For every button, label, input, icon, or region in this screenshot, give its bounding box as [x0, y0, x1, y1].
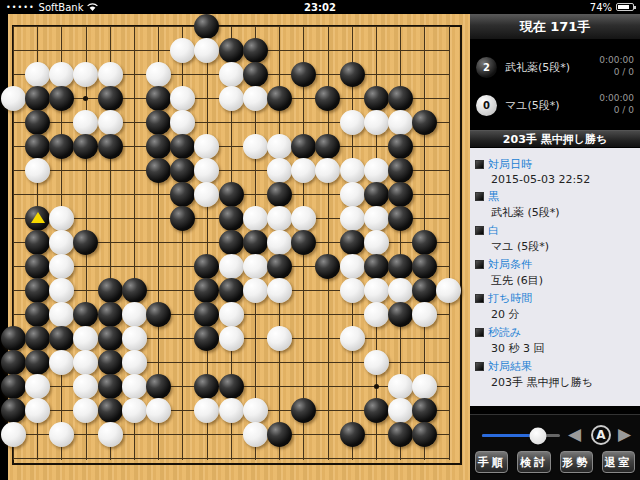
black-capture-count: 2	[476, 57, 497, 78]
white-stone	[219, 86, 244, 111]
black-stone	[170, 134, 195, 159]
black-stone	[340, 422, 365, 447]
go-app-window: ••••• SoftBank 23:02 74% 現在 171手 2武礼薬(5段…	[0, 0, 640, 480]
white-stone	[267, 230, 292, 255]
player-row-black: 2武礼薬(5段*)0:00:000 / 0	[470, 48, 640, 86]
star-point	[374, 384, 379, 389]
action-button-2[interactable]: 検討	[517, 451, 550, 473]
go-board[interactable]	[8, 14, 470, 480]
black-stone	[98, 350, 123, 375]
info-label: 秒読み	[475, 325, 635, 340]
black-stone	[98, 326, 123, 351]
white-stone	[25, 374, 50, 399]
black-stone	[25, 350, 50, 375]
battery-icon	[616, 3, 634, 11]
black-stone	[49, 326, 74, 351]
black-stone	[340, 62, 365, 87]
white-stone	[243, 278, 268, 303]
white-stone	[267, 158, 292, 183]
info-value: 2015-05-03 22:52	[475, 173, 635, 186]
playback-controls: ◀ A ▶ 手順検討形勢退室	[470, 414, 640, 480]
black-stone	[1, 350, 26, 375]
white-stone	[49, 230, 74, 255]
black-stone	[25, 110, 50, 135]
white-stone	[267, 206, 292, 231]
info-label: 打ち時間	[475, 291, 635, 306]
black-stone	[388, 134, 413, 159]
white-stone	[412, 374, 437, 399]
black-stone	[98, 86, 123, 111]
white-stone	[388, 398, 413, 423]
info-value: 203手 黒中押し勝ち	[475, 375, 635, 390]
white-capture-count: 0	[476, 95, 497, 116]
black-stone	[146, 110, 171, 135]
black-stone	[1, 326, 26, 351]
white-stone	[364, 350, 389, 375]
action-button-1[interactable]: 手順	[475, 451, 508, 473]
black-stone	[170, 182, 195, 207]
white-stone	[340, 110, 365, 135]
white-stone	[219, 326, 244, 351]
white-stone	[243, 86, 268, 111]
black-stone	[25, 86, 50, 111]
slider-thumb[interactable]	[530, 427, 547, 444]
white-stone	[267, 278, 292, 303]
black-stone	[98, 278, 123, 303]
game-sidebar: 現在 171手 2武礼薬(5段*)0:00:000 / 00マユ(5段*)0:0…	[470, 14, 640, 480]
info-label: 白	[475, 223, 635, 238]
white-stone	[412, 302, 437, 327]
white-stone	[364, 158, 389, 183]
info-label: 対局条件	[475, 257, 635, 272]
black-stone	[25, 302, 50, 327]
black-stone	[340, 230, 365, 255]
white-stone	[49, 350, 74, 375]
navigation-row: ◀ A ▶	[470, 423, 640, 447]
black-stone	[146, 158, 171, 183]
black-stone	[412, 254, 437, 279]
white-stone	[146, 398, 171, 423]
black-stone	[267, 182, 292, 207]
white-stone	[122, 302, 147, 327]
white-stone	[219, 302, 244, 327]
black-stone	[291, 62, 316, 87]
info-value: マユ (5段*)	[475, 239, 635, 254]
black-stone	[412, 230, 437, 255]
white-stone	[243, 134, 268, 159]
black-stone	[25, 206, 50, 231]
black-stone	[219, 38, 244, 63]
bullet-square-icon	[475, 294, 484, 303]
black-stone	[219, 278, 244, 303]
white-stone	[364, 110, 389, 135]
info-label: 黒	[475, 189, 635, 204]
black-stone	[388, 254, 413, 279]
info-label: 対局日時	[475, 157, 635, 172]
white-stone	[146, 62, 171, 87]
clock-label: 23:02	[0, 2, 640, 13]
white-stone	[291, 158, 316, 183]
player-list: 2武礼薬(5段*)0:00:000 / 00マユ(5段*)0:00:000 / …	[470, 40, 640, 128]
black-stone	[388, 86, 413, 111]
black-stone	[170, 206, 195, 231]
move-slider[interactable]	[482, 434, 560, 437]
white-stone	[170, 38, 195, 63]
info-value: 武礼薬 (5段*)	[475, 205, 635, 220]
bullet-square-icon	[475, 192, 484, 201]
white-stone	[98, 422, 123, 447]
white-stone	[1, 86, 26, 111]
white-stone	[388, 278, 413, 303]
info-value: 互先 (6目)	[475, 273, 635, 288]
white-stone	[364, 206, 389, 231]
player-name: 武礼薬(5段*)	[505, 60, 599, 75]
black-stone	[219, 206, 244, 231]
black-stone	[98, 134, 123, 159]
white-stone	[388, 110, 413, 135]
white-stone	[170, 86, 195, 111]
black-stone	[146, 302, 171, 327]
bullet-square-icon	[475, 260, 484, 269]
bullet-square-icon	[475, 362, 484, 371]
black-stone	[291, 134, 316, 159]
black-stone	[49, 86, 74, 111]
black-stone	[364, 86, 389, 111]
white-stone	[364, 230, 389, 255]
black-stone	[25, 254, 50, 279]
white-stone	[340, 158, 365, 183]
white-stone	[243, 398, 268, 423]
game-info-panel: 対局日時2015-05-03 22:52黒武礼薬 (5段*)白マユ (5段*)対…	[470, 148, 640, 406]
white-stone	[267, 134, 292, 159]
white-stone	[98, 62, 123, 87]
black-stone	[122, 278, 147, 303]
black-stone	[412, 422, 437, 447]
info-label: 対局結果	[475, 359, 635, 374]
white-stone	[49, 278, 74, 303]
white-stone	[122, 398, 147, 423]
black-stone	[146, 86, 171, 111]
white-stone	[122, 350, 147, 375]
black-stone	[219, 374, 244, 399]
white-stone	[25, 158, 50, 183]
white-stone	[243, 422, 268, 447]
black-stone	[388, 158, 413, 183]
black-stone	[49, 134, 74, 159]
white-stone	[364, 278, 389, 303]
black-stone	[146, 134, 171, 159]
white-stone	[122, 374, 147, 399]
black-stone	[267, 86, 292, 111]
black-stone	[243, 38, 268, 63]
black-stone	[267, 422, 292, 447]
black-stone	[146, 374, 171, 399]
white-stone	[219, 254, 244, 279]
white-stone	[340, 206, 365, 231]
black-stone	[291, 398, 316, 423]
black-stone	[219, 182, 244, 207]
player-time: 0:00:000 / 0	[599, 93, 634, 116]
bullet-square-icon	[475, 160, 484, 169]
black-stone	[243, 62, 268, 87]
black-stone	[170, 158, 195, 183]
white-stone	[340, 326, 365, 351]
last-move-marker-icon	[31, 212, 45, 223]
black-stone	[25, 278, 50, 303]
black-stone	[291, 230, 316, 255]
action-button-3[interactable]: 形勢	[560, 451, 593, 473]
previous-move-button[interactable]: ◀	[568, 426, 581, 443]
white-stone	[340, 254, 365, 279]
black-stone	[25, 134, 50, 159]
white-stone	[49, 62, 74, 87]
black-stone	[412, 278, 437, 303]
black-stone	[98, 398, 123, 423]
white-stone	[122, 326, 147, 351]
black-stone	[267, 254, 292, 279]
player-name: マユ(5段*)	[505, 98, 599, 113]
black-stone	[243, 230, 268, 255]
black-stone	[98, 302, 123, 327]
black-stone	[1, 374, 26, 399]
action-button-4[interactable]: 退室	[602, 451, 635, 473]
white-stone	[267, 326, 292, 351]
white-stone	[243, 254, 268, 279]
white-stone	[49, 302, 74, 327]
black-stone	[412, 110, 437, 135]
action-button-row: 手順検討形勢退室	[470, 451, 640, 473]
white-stone	[340, 182, 365, 207]
black-stone	[388, 422, 413, 447]
bullet-square-icon	[475, 328, 484, 337]
white-stone	[98, 110, 123, 135]
white-stone	[243, 206, 268, 231]
white-stone	[170, 110, 195, 135]
black-stone	[219, 230, 244, 255]
black-stone	[25, 326, 50, 351]
white-stone	[219, 398, 244, 423]
bullet-square-icon	[475, 226, 484, 235]
white-stone	[49, 254, 74, 279]
white-stone	[49, 206, 74, 231]
white-stone	[25, 62, 50, 87]
white-stone	[49, 422, 74, 447]
move-counter-header: 現在 171手	[470, 14, 640, 40]
white-stone	[340, 278, 365, 303]
black-stone	[412, 398, 437, 423]
white-stone	[25, 398, 50, 423]
next-move-button[interactable]: ▶	[618, 426, 631, 443]
white-stone	[291, 206, 316, 231]
black-stone	[25, 230, 50, 255]
white-stone	[1, 422, 26, 447]
player-time: 0:00:000 / 0	[599, 55, 634, 78]
black-stone	[388, 302, 413, 327]
black-stone	[388, 182, 413, 207]
white-stone	[388, 374, 413, 399]
black-stone	[388, 206, 413, 231]
info-value: 30 秒 3 回	[475, 341, 635, 356]
game-result-bar: 203手 黒中押し勝ち	[470, 130, 640, 148]
status-bar: ••••• SoftBank 23:02 74%	[0, 0, 640, 14]
white-stone	[364, 302, 389, 327]
auto-play-button[interactable]: A	[591, 425, 611, 445]
black-stone	[1, 398, 26, 423]
black-stone	[364, 398, 389, 423]
player-row-white: 0マユ(5段*)0:00:000 / 0	[470, 86, 640, 124]
white-stone	[219, 62, 244, 87]
info-value: 20 分	[475, 307, 635, 322]
black-stone	[364, 182, 389, 207]
black-stone	[98, 374, 123, 399]
black-stone	[364, 254, 389, 279]
